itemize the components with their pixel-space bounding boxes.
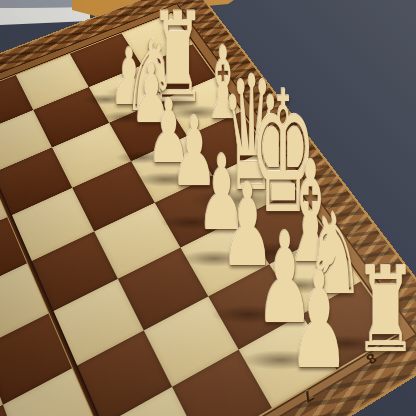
photo-stage: H876 ♜♟♞♝♟♟♛♟♚♟♝♟♞♟♜♟	[0, 0, 416, 416]
pieces-layer: ♜♟♞♝♟♟♛♟♚♟♝♟♞♟♜♟	[0, 0, 416, 416]
